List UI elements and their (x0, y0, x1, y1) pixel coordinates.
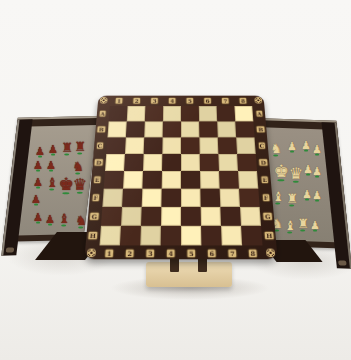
board-square (234, 106, 253, 121)
file-label: 3 (151, 98, 157, 104)
rank-label: A (99, 111, 106, 117)
board-square (122, 189, 142, 207)
board-square (105, 154, 125, 171)
file-label: 4 (169, 98, 175, 104)
board-square (199, 121, 218, 137)
file-label: 5 (187, 98, 193, 104)
rank-label: G (90, 213, 98, 220)
board-square (217, 121, 236, 137)
board-square (145, 106, 163, 121)
board-square (162, 171, 181, 189)
board-square (124, 154, 144, 171)
board-square (162, 154, 181, 171)
board-square (143, 154, 162, 171)
board-square (109, 106, 128, 121)
board-square (181, 106, 199, 121)
rank-label: F (263, 194, 270, 201)
rank-label: D (259, 159, 267, 165)
board-square (142, 171, 162, 189)
board-square (199, 106, 217, 121)
product-photo-scene: ♟♟♜♜♟♟♞♟♝♚♛♟♟♟♝♞ ♞♟♟♟♚♛♟♟♝♜♟♟♞♝♜♟ 123456… (0, 0, 351, 360)
board-square (161, 226, 181, 246)
board-square (218, 137, 237, 154)
rank-label: B (98, 126, 105, 132)
board-square (101, 207, 122, 226)
file-label: 1 (106, 249, 113, 256)
board-square (200, 189, 220, 207)
board-square (125, 137, 144, 154)
board-square (181, 207, 201, 226)
file-label: 7 (229, 249, 236, 256)
rank-label: F (92, 194, 99, 201)
board-square (220, 189, 240, 207)
board-square (163, 121, 181, 137)
board-square (163, 106, 181, 121)
board-square (238, 171, 258, 189)
board-square (199, 137, 218, 154)
board-square (200, 171, 220, 189)
file-label: 6 (208, 249, 215, 256)
board-square (219, 171, 239, 189)
file-label: 3 (147, 249, 154, 256)
file-labels-bottom: 12345678 (99, 248, 264, 259)
corner-rosette-icon (266, 249, 275, 258)
file-label: 7 (222, 98, 228, 104)
board-square (181, 171, 200, 189)
board-square (161, 207, 181, 226)
board-square (123, 171, 143, 189)
file-label: 4 (167, 249, 174, 256)
board-square (121, 207, 142, 226)
board-square (201, 226, 222, 246)
board-square (201, 207, 221, 226)
file-label: 1 (116, 98, 122, 104)
board-square (181, 154, 200, 171)
corner-rosette-icon (100, 97, 108, 103)
file-label: 8 (249, 249, 256, 256)
board-square (221, 226, 242, 246)
board-square (236, 137, 256, 154)
board-square (100, 226, 121, 246)
file-label: 6 (205, 98, 211, 104)
board-square (161, 189, 181, 207)
board-square (218, 154, 238, 171)
rank-label: E (261, 177, 268, 184)
display-stand (146, 262, 232, 287)
rank-label: C (258, 143, 265, 149)
file-label: 8 (240, 98, 246, 104)
rank-label: B (257, 126, 264, 132)
board-square (127, 106, 146, 121)
corner-rosette-icon (254, 97, 262, 103)
rank-label: H (265, 232, 274, 239)
board-square (239, 189, 260, 207)
board-square (181, 189, 201, 207)
board-square (142, 189, 162, 207)
rank-label: G (264, 213, 272, 220)
file-label: 5 (188, 249, 195, 256)
rank-label: E (94, 177, 101, 184)
board-square (162, 137, 181, 154)
board-square (240, 207, 261, 226)
rank-label: A (256, 111, 263, 117)
file-label: 2 (134, 98, 140, 104)
board-square (235, 121, 254, 137)
board-square (107, 121, 126, 137)
board-square (181, 137, 200, 154)
board-square (241, 226, 262, 246)
board-square (181, 121, 199, 137)
board-grid (100, 106, 263, 245)
board-square (120, 226, 141, 246)
file-label: 2 (126, 249, 133, 256)
board-square (220, 207, 241, 226)
board-square (104, 171, 124, 189)
board-square (144, 137, 163, 154)
left-piece-drawer (3, 116, 98, 242)
board-square (217, 106, 236, 121)
board-square (237, 154, 257, 171)
board-square (181, 226, 201, 246)
board-square (102, 189, 123, 207)
board-square (141, 207, 161, 226)
board-square (200, 154, 219, 171)
file-labels-top: 12345678 (110, 96, 252, 104)
chess-board: 12345678 12345678 ABCDEFGH ABCDEFGH (84, 96, 277, 260)
board-square (144, 121, 163, 137)
board-square (106, 137, 126, 154)
rank-label: D (95, 159, 103, 165)
board-square (126, 121, 145, 137)
corner-rosette-icon (87, 249, 96, 258)
board-square (140, 226, 161, 246)
drawer-handle-notch (338, 260, 347, 265)
rank-label: C (96, 143, 103, 149)
rank-label: H (88, 232, 97, 239)
drawer-handle-notch (6, 247, 15, 252)
